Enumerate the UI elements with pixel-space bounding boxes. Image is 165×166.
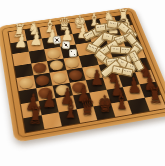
game-set-photo: ♜♞♝♛♚♝♞♜♟♟♟♟♟♟♟♟♟♞♞♟♟♟♟♟♟♟♜♝♛♚♝♜ ·······… <box>0 0 165 166</box>
black-bishop[interactable]: ♝ <box>63 99 78 122</box>
die-showing-5[interactable] <box>52 35 61 44</box>
dark-checker-disc[interactable] <box>68 69 83 80</box>
die-showing-2[interactable] <box>69 49 78 58</box>
light-checker-disc[interactable] <box>49 60 64 71</box>
light-checker-disc[interactable] <box>46 48 60 59</box>
domino-pips: ···· <box>111 46 121 53</box>
light-checker-disc[interactable] <box>65 57 80 68</box>
die-showing-3[interactable] <box>62 41 71 50</box>
dark-checker-disc[interactable] <box>35 75 50 87</box>
light-checker-disc[interactable] <box>19 77 34 89</box>
dark-checker-disc[interactable] <box>33 62 47 73</box>
black-rook[interactable]: ♜ <box>147 86 164 108</box>
domino-pips: ····· <box>122 68 132 76</box>
light-checker-disc[interactable] <box>52 72 67 83</box>
